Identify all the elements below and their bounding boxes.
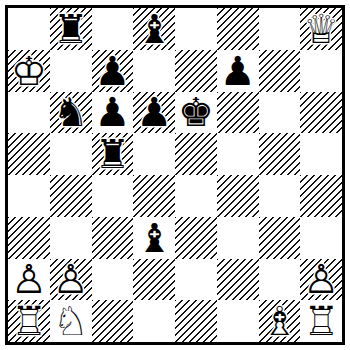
piece-white-knight[interactable]: ♘ xyxy=(50,300,92,342)
square-h5[interactable] xyxy=(300,133,342,175)
piece-silhouette: ♟ xyxy=(217,50,259,92)
square-f7[interactable]: ♟♟ xyxy=(217,50,259,92)
square-g8[interactable] xyxy=(259,8,301,50)
piece-black-rook[interactable]: ♜ xyxy=(50,8,92,50)
square-h1[interactable]: ♜♖ xyxy=(300,300,342,342)
chess-board: ♜♜♝♝♛♕♚♔♟♟♟♟♞♞♟♟♟♟♚♚♜♜♝♝♟♙♟♙♟♙♜♖♞♘♝♗♜♖ xyxy=(5,5,345,345)
square-a3[interactable] xyxy=(8,217,50,259)
square-d2[interactable] xyxy=(133,259,175,301)
piece-white-pawn[interactable]: ♙ xyxy=(8,259,50,301)
piece-silhouette: ♝ xyxy=(133,217,175,259)
square-b5[interactable] xyxy=(50,133,92,175)
piece-black-rook[interactable]: ♜ xyxy=(92,133,134,175)
square-a1[interactable]: ♜♖ xyxy=(8,300,50,342)
square-f8[interactable] xyxy=(217,8,259,50)
square-a8[interactable] xyxy=(8,8,50,50)
square-e2[interactable] xyxy=(175,259,217,301)
chess-diagram-page: ♜♜♝♝♛♕♚♔♟♟♟♟♞♞♟♟♟♟♚♚♜♜♝♝♟♙♟♙♟♙♜♖♞♘♝♗♜♖ xyxy=(0,0,350,350)
piece-silhouette: ♜ xyxy=(300,300,342,342)
square-e4[interactable] xyxy=(175,175,217,217)
square-h8[interactable]: ♛♕ xyxy=(300,8,342,50)
square-d1[interactable] xyxy=(133,300,175,342)
square-f1[interactable] xyxy=(217,300,259,342)
piece-black-bishop[interactable]: ♝ xyxy=(133,217,175,259)
square-d8[interactable]: ♝♝ xyxy=(133,8,175,50)
piece-white-rook[interactable]: ♖ xyxy=(300,300,342,342)
piece-silhouette: ♟ xyxy=(92,50,134,92)
square-e7[interactable] xyxy=(175,50,217,92)
square-e8[interactable] xyxy=(175,8,217,50)
square-d4[interactable] xyxy=(133,175,175,217)
square-c6[interactable]: ♟♟ xyxy=(92,92,134,134)
square-c2[interactable] xyxy=(92,259,134,301)
square-d6[interactable]: ♟♟ xyxy=(133,92,175,134)
piece-black-pawn[interactable]: ♟ xyxy=(92,92,134,134)
piece-silhouette: ♝ xyxy=(133,8,175,50)
square-h3[interactable] xyxy=(300,217,342,259)
square-f5[interactable] xyxy=(217,133,259,175)
piece-white-pawn[interactable]: ♙ xyxy=(50,259,92,301)
square-b6[interactable]: ♞♞ xyxy=(50,92,92,134)
piece-silhouette: ♞ xyxy=(50,92,92,134)
square-g6[interactable] xyxy=(259,92,301,134)
square-b4[interactable] xyxy=(50,175,92,217)
square-b7[interactable] xyxy=(50,50,92,92)
piece-white-bishop[interactable]: ♗ xyxy=(259,300,301,342)
square-h4[interactable] xyxy=(300,175,342,217)
piece-black-king[interactable]: ♚ xyxy=(175,92,217,134)
piece-silhouette: ♜ xyxy=(50,8,92,50)
square-h6[interactable] xyxy=(300,92,342,134)
piece-black-pawn[interactable]: ♟ xyxy=(92,50,134,92)
square-e5[interactable] xyxy=(175,133,217,175)
square-a7[interactable]: ♚♔ xyxy=(8,50,50,92)
piece-black-pawn[interactable]: ♟ xyxy=(217,50,259,92)
square-a5[interactable] xyxy=(8,133,50,175)
board-grid: ♜♜♝♝♛♕♚♔♟♟♟♟♞♞♟♟♟♟♚♚♜♜♝♝♟♙♟♙♟♙♜♖♞♘♝♗♜♖ xyxy=(8,8,342,342)
square-c7[interactable]: ♟♟ xyxy=(92,50,134,92)
piece-silhouette: ♝ xyxy=(259,300,301,342)
piece-silhouette: ♚ xyxy=(175,92,217,134)
square-b3[interactable] xyxy=(50,217,92,259)
square-e3[interactable] xyxy=(175,217,217,259)
square-f2[interactable] xyxy=(217,259,259,301)
piece-white-queen[interactable]: ♕ xyxy=(300,8,342,50)
piece-black-pawn[interactable]: ♟ xyxy=(133,92,175,134)
square-g1[interactable]: ♝♗ xyxy=(259,300,301,342)
square-g7[interactable] xyxy=(259,50,301,92)
piece-silhouette: ♛ xyxy=(300,8,342,50)
square-f3[interactable] xyxy=(217,217,259,259)
square-f4[interactable] xyxy=(217,175,259,217)
square-g4[interactable] xyxy=(259,175,301,217)
piece-silhouette: ♟ xyxy=(92,92,134,134)
square-b8[interactable]: ♜♜ xyxy=(50,8,92,50)
square-d3[interactable]: ♝♝ xyxy=(133,217,175,259)
square-c4[interactable] xyxy=(92,175,134,217)
piece-white-rook[interactable]: ♖ xyxy=(8,300,50,342)
square-f6[interactable] xyxy=(217,92,259,134)
square-g5[interactable] xyxy=(259,133,301,175)
piece-white-king[interactable]: ♔ xyxy=(8,50,50,92)
piece-black-bishop[interactable]: ♝ xyxy=(133,8,175,50)
square-d5[interactable] xyxy=(133,133,175,175)
square-c3[interactable] xyxy=(92,217,134,259)
square-g2[interactable] xyxy=(259,259,301,301)
square-a6[interactable] xyxy=(8,92,50,134)
square-c1[interactable] xyxy=(92,300,134,342)
square-b2[interactable]: ♟♙ xyxy=(50,259,92,301)
piece-silhouette: ♟ xyxy=(133,92,175,134)
square-c5[interactable]: ♜♜ xyxy=(92,133,134,175)
square-h7[interactable] xyxy=(300,50,342,92)
piece-silhouette: ♟ xyxy=(8,259,50,301)
piece-silhouette: ♜ xyxy=(8,300,50,342)
square-b1[interactable]: ♞♘ xyxy=(50,300,92,342)
square-a4[interactable] xyxy=(8,175,50,217)
piece-black-knight[interactable]: ♞ xyxy=(50,92,92,134)
square-g3[interactable] xyxy=(259,217,301,259)
square-c8[interactable] xyxy=(92,8,134,50)
square-e1[interactable] xyxy=(175,300,217,342)
square-h2[interactable]: ♟♙ xyxy=(300,259,342,301)
square-d7[interactable] xyxy=(133,50,175,92)
piece-silhouette: ♟ xyxy=(50,259,92,301)
piece-silhouette: ♚ xyxy=(8,50,50,92)
square-e6[interactable]: ♚♚ xyxy=(175,92,217,134)
piece-silhouette: ♟ xyxy=(300,259,342,301)
piece-silhouette: ♜ xyxy=(92,133,134,175)
square-a2[interactable]: ♟♙ xyxy=(8,259,50,301)
piece-white-pawn[interactable]: ♙ xyxy=(300,259,342,301)
piece-silhouette: ♞ xyxy=(50,300,92,342)
